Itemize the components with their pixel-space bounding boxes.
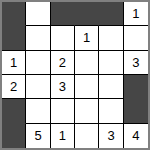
blocked-cell-r1c3	[51, 2, 75, 26]
given-cell-r3c3: 2	[51, 51, 75, 75]
blocked-cell-r6c1	[2, 124, 26, 148]
blocked-cell-r5c6	[124, 99, 148, 123]
empty-cell-r5c4[interactable]	[75, 99, 99, 123]
given-cell-r3c6: 3	[124, 51, 148, 75]
empty-cell-r6c4[interactable]	[75, 124, 99, 148]
blocked-cell-r1c1	[2, 2, 26, 26]
empty-cell-r4c2[interactable]	[26, 75, 50, 99]
puzzle-board: 11123235134	[0, 0, 150, 150]
given-cell-r6c6: 4	[124, 124, 148, 148]
given-cell-r4c3: 3	[51, 75, 75, 99]
empty-cell-r4c4[interactable]	[75, 75, 99, 99]
empty-cell-r3c2[interactable]	[26, 51, 50, 75]
given-cell-r6c2: 5	[26, 124, 50, 148]
given-cell-r4c1: 2	[2, 75, 26, 99]
blocked-cell-r1c5	[99, 2, 123, 26]
empty-cell-r5c5[interactable]	[99, 99, 123, 123]
empty-cell-r2c3[interactable]	[51, 26, 75, 50]
given-cell-r2c4: 1	[75, 26, 99, 50]
given-cell-r3c1: 1	[2, 51, 26, 75]
empty-cell-r1c2[interactable]	[26, 2, 50, 26]
given-cell-r6c5: 3	[99, 124, 123, 148]
given-cell-r6c3: 1	[51, 124, 75, 148]
blocked-cell-r4c6	[124, 75, 148, 99]
given-cell-r1c6: 1	[124, 2, 148, 26]
blocked-cell-r1c4	[75, 2, 99, 26]
empty-cell-r2c2[interactable]	[26, 26, 50, 50]
empty-cell-r3c5[interactable]	[99, 51, 123, 75]
empty-cell-r5c2[interactable]	[26, 99, 50, 123]
empty-cell-r2c5[interactable]	[99, 26, 123, 50]
empty-cell-r5c3[interactable]	[51, 99, 75, 123]
blocked-cell-r2c1	[2, 26, 26, 50]
empty-cell-r4c5[interactable]	[99, 75, 123, 99]
empty-cell-r2c6[interactable]	[124, 26, 148, 50]
empty-cell-r3c4[interactable]	[75, 51, 99, 75]
blocked-cell-r5c1	[2, 99, 26, 123]
